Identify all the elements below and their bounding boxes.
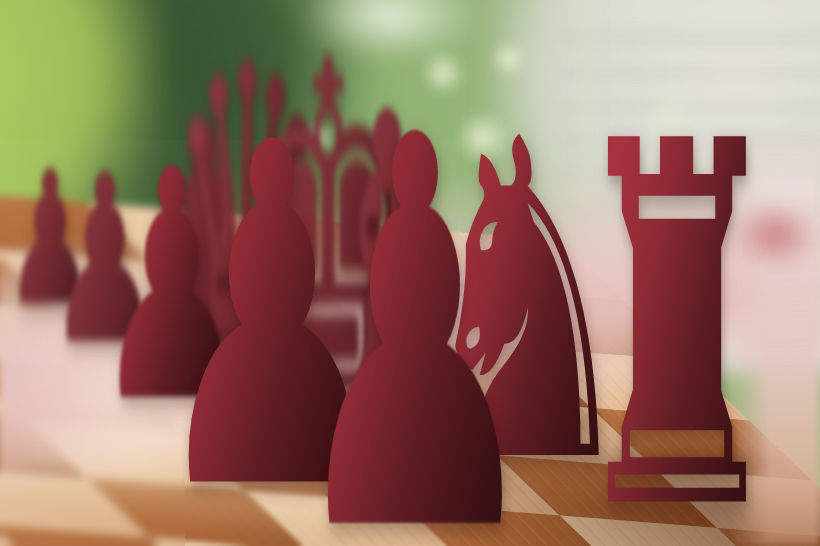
piece-pawn-near: ♟ [285, 68, 545, 546]
pieces-layer: ♟♟♟♛♚♟♝♞♟♜♟ [0, 0, 820, 546]
piece-rook: ♜ [567, 78, 787, 546]
photo-chess-scene: ♟♟♟♛♚♟♝♞♟♜♟ rnbqkbnr/pppppppp/8/8/8/8/PP… [0, 0, 820, 546]
